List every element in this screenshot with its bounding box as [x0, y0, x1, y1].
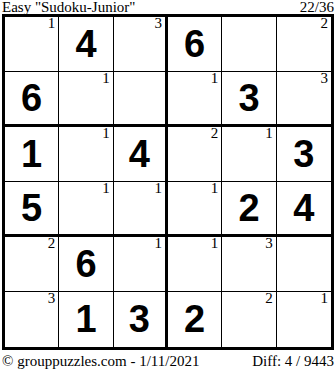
cell-value: 4	[277, 182, 331, 234]
cell-value: 5	[5, 182, 58, 234]
cell-r4c2: 1	[59, 182, 113, 237]
copyright-text: © grouppuzzles.com - 1/11/2021	[2, 353, 199, 369]
cell-r5c2: 6	[59, 237, 113, 292]
cell-value: 6	[59, 237, 112, 291]
pencil-mark: 3	[320, 70, 328, 87]
pencil-mark: 2	[265, 290, 273, 307]
cell-value: 6	[168, 17, 221, 71]
cell-r2c3	[114, 72, 168, 127]
cell-r4c4: 1	[168, 182, 222, 237]
cell-r6c6: 1	[277, 292, 331, 347]
cell-r3c2: 1	[59, 127, 113, 182]
pencil-mark: 1	[265, 125, 273, 142]
cell-r4c6: 4	[277, 182, 331, 237]
cell-r1c6: 2	[277, 17, 331, 72]
cell-r3c1: 1	[5, 127, 59, 182]
cell-value	[222, 17, 275, 71]
cell-value: 1	[5, 127, 58, 181]
cell-r1c2: 4	[59, 17, 113, 72]
pencil-mark: 1	[102, 125, 110, 142]
cell-r3c6: 3	[277, 127, 331, 182]
cell-r2c6: 3	[277, 72, 331, 127]
cell-value: 4	[114, 127, 165, 181]
cell-r6c1: 3	[5, 292, 59, 347]
cell-r2c4: 1	[168, 72, 222, 127]
cell-value: 3	[277, 127, 331, 181]
givens-counter: 22/36	[300, 0, 334, 14]
pencil-mark: 1	[211, 180, 219, 197]
pencil-mark: 1	[320, 290, 328, 307]
cell-value	[277, 237, 331, 291]
footer: © grouppuzzles.com - 1/11/2021 Diff: 4 /…	[2, 353, 334, 369]
cell-r6c3: 3	[114, 292, 168, 347]
pencil-mark: 3	[48, 290, 56, 307]
cell-r6c5: 2	[222, 292, 276, 347]
cell-r5c1: 2	[5, 237, 59, 292]
pencil-mark: 3	[265, 235, 273, 252]
pencil-mark: 2	[211, 125, 219, 142]
pencil-mark: 1	[211, 235, 219, 252]
cell-r3c5: 1	[222, 127, 276, 182]
pencil-mark: 1	[102, 180, 110, 197]
cell-r2c1: 6	[5, 72, 59, 127]
sudoku-board: 143626113311421351112426113313221	[2, 14, 334, 350]
cell-r6c2: 1	[59, 292, 113, 347]
pencil-mark: 1	[48, 15, 56, 32]
header: Easy "Sudoku-Junior" 22/36	[2, 0, 334, 13]
cell-r4c1: 5	[5, 182, 59, 237]
cell-r2c5: 3	[222, 72, 276, 127]
cell-r4c5: 2	[222, 182, 276, 237]
cell-r5c4: 1	[168, 237, 222, 292]
pencil-mark: 2	[48, 235, 56, 252]
pencil-mark: 2	[320, 15, 328, 32]
cell-value: 3	[222, 72, 275, 124]
pencil-mark: 1	[211, 70, 219, 87]
cell-value: 6	[5, 72, 58, 124]
cell-value: 3	[114, 292, 165, 347]
cell-value: 4	[59, 17, 112, 71]
cell-r5c5: 3	[222, 237, 276, 292]
cell-r1c4: 6	[168, 17, 222, 72]
cell-r1c3: 3	[114, 17, 168, 72]
cell-r5c3: 1	[114, 237, 168, 292]
cell-value	[114, 72, 165, 124]
pencil-mark: 3	[154, 15, 162, 32]
pencil-mark: 1	[154, 235, 162, 252]
cell-r3c4: 2	[168, 127, 222, 182]
puzzle-page: Easy "Sudoku-Junior" 22/36 1436261133114…	[0, 0, 336, 370]
difficulty-text: Diff: 4 / 9443	[252, 353, 334, 369]
cell-value: 2	[222, 182, 275, 234]
cell-r3c3: 4	[114, 127, 168, 182]
cell-r2c2: 1	[59, 72, 113, 127]
cell-value: 2	[168, 292, 221, 347]
cell-r1c1: 1	[5, 17, 59, 72]
pencil-mark: 1	[102, 70, 110, 87]
cell-r6c4: 2	[168, 292, 222, 347]
pencil-mark: 1	[154, 180, 162, 197]
cell-value: 1	[59, 292, 112, 347]
cell-r4c3: 1	[114, 182, 168, 237]
page-title: Easy "Sudoku-Junior"	[2, 0, 136, 14]
cell-r5c6	[277, 237, 331, 292]
cell-r1c5	[222, 17, 276, 72]
